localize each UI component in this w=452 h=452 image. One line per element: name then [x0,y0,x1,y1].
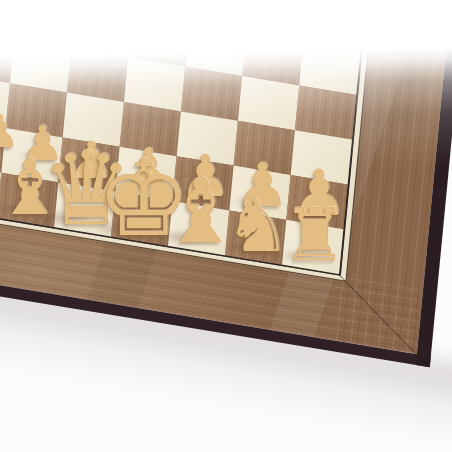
pieces-layer: ♟♟♟♟♟♟♝♟♛♚♝♞♜ [0,0,452,452]
piece-white-rook-h1[interactable]: ♜ [282,199,347,271]
chessboard-photo-scene: ♟♟♟♟♟♟♝♟♛♚♝♞♜ [0,0,452,452]
